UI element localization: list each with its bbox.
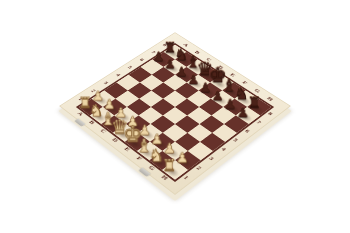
board-frame: ABCDEFGH ABCDEFGH 87654321 87654321 ♜♞♝♛… (59, 32, 291, 195)
photo-scene: ABCDEFGH ABCDEFGH 87654321 87654321 ♜♞♝♛… (0, 0, 350, 233)
hinge-icon (139, 168, 151, 177)
white-pawn-icon: ♟ (112, 106, 129, 119)
product-photo: ABCDEFGH ABCDEFGH 87654321 87654321 ♜♞♝♛… (0, 0, 350, 233)
board-grid: ♜♞♝♛♚♝♞♜♟♟♟♟♟♟♟♟♟♟♟♟♟♟♟♟♜♞♝♛♚♝♞♜ (76, 43, 274, 182)
square-d5 (163, 91, 187, 107)
chess-board: ABCDEFGH ABCDEFGH 87654321 87654321 ♜♞♝♛… (59, 32, 291, 195)
